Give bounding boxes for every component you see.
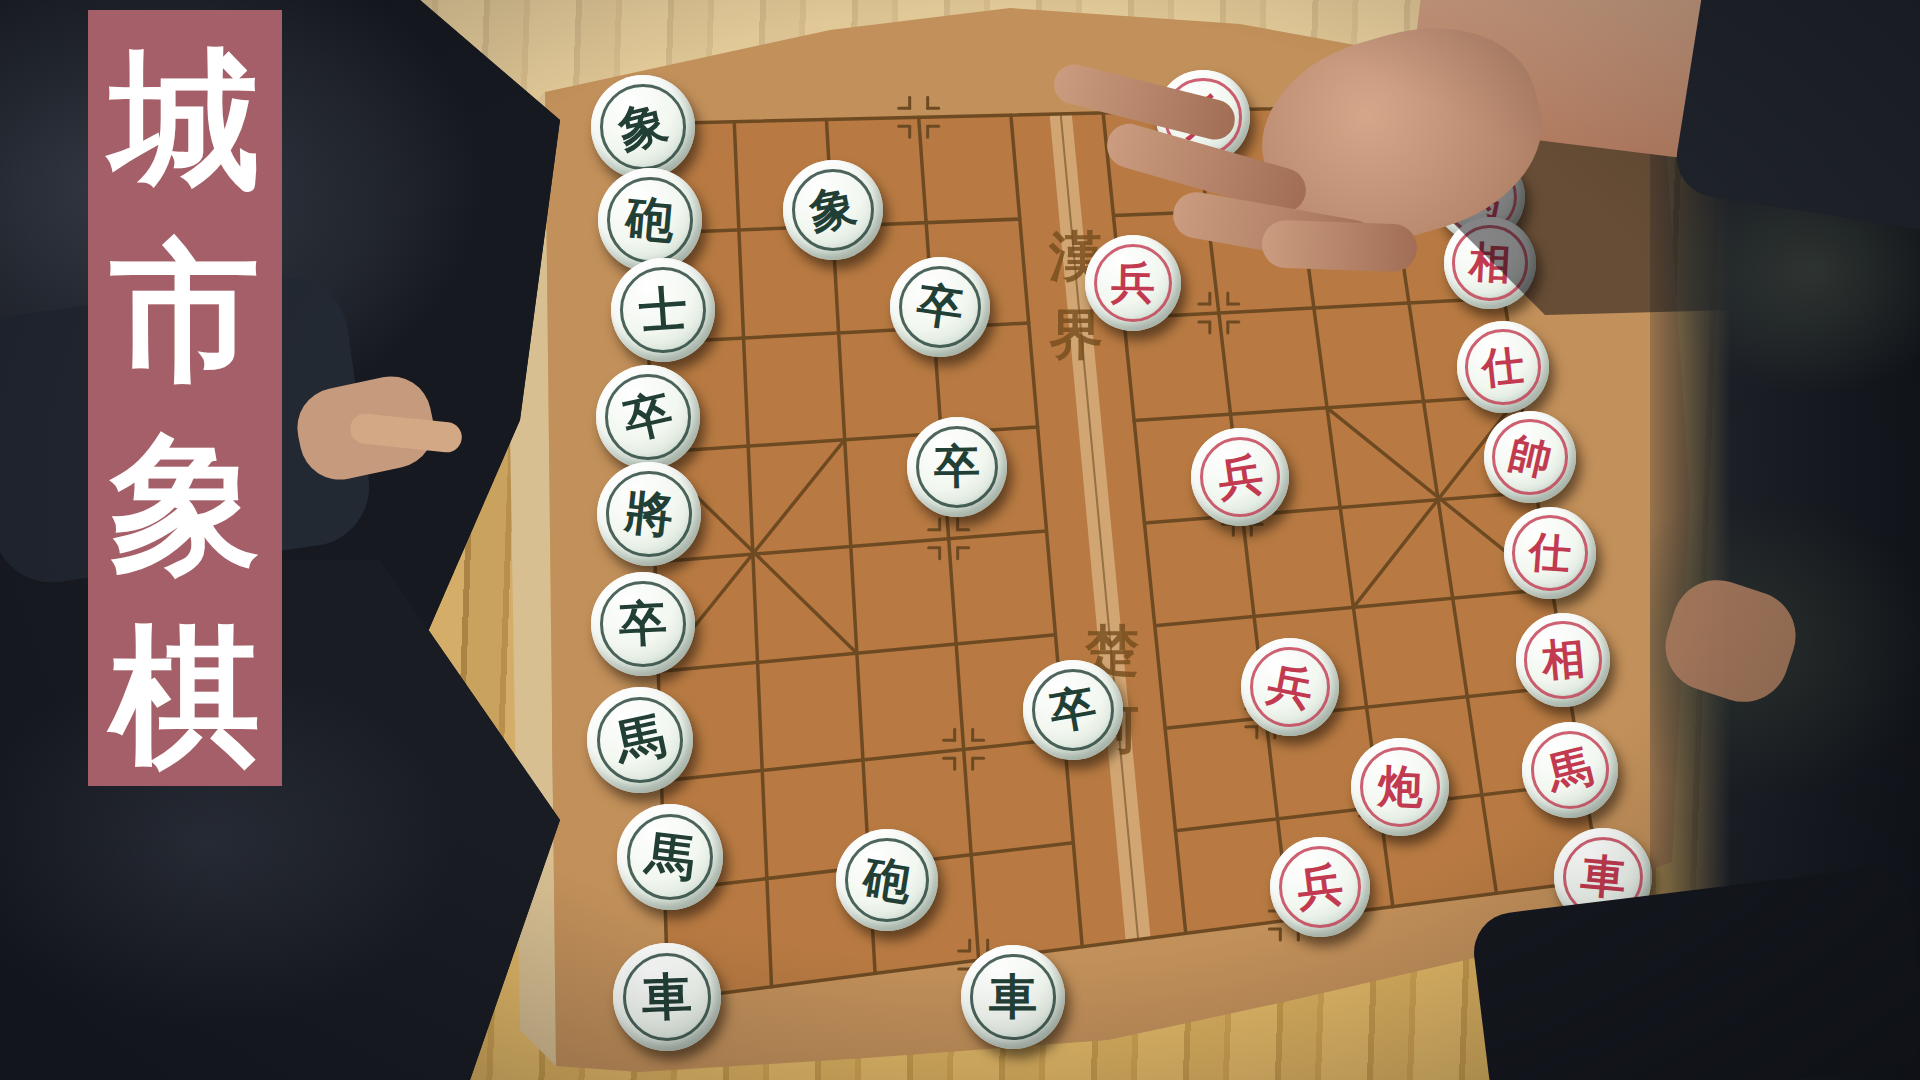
- piece-character: 仕: [1527, 524, 1573, 583]
- piece-black-c3r2[interactable]: 象: [783, 160, 883, 260]
- piece-red-c7r5[interactable]: 兵: [1191, 428, 1289, 526]
- piece-character: 車: [989, 965, 1037, 1029]
- piece-character: 馬: [609, 703, 671, 778]
- piece-red-c7r9[interactable]: 兵: [1270, 837, 1370, 937]
- banner-char: 市: [110, 216, 260, 408]
- piece-character: 兵: [1262, 653, 1318, 720]
- piece-red-c10r3[interactable]: 相: [1444, 217, 1536, 309]
- piece-red-c7r7[interactable]: 兵: [1241, 638, 1339, 736]
- piece-character: 兵: [1110, 253, 1155, 313]
- piece-character: 帥: [1503, 425, 1557, 489]
- piece-black-c4r9[interactable]: 車: [961, 945, 1065, 1049]
- piece-red-c10r6[interactable]: 仕: [1504, 507, 1596, 599]
- piece-character: 士: [637, 276, 689, 343]
- piece-character: 砲: [623, 186, 676, 254]
- piece-character: 卒: [1045, 675, 1101, 744]
- piece-black-c1r5[interactable]: 將: [597, 462, 701, 566]
- piece-red-c10r7[interactable]: 相: [1516, 613, 1610, 707]
- piece-black-c1r6[interactable]: 卒: [591, 572, 695, 676]
- piece-black-c4r5[interactable]: 卒: [907, 417, 1007, 517]
- piece-black-c1r7[interactable]: 馬: [587, 687, 693, 793]
- piece-character: 卒: [617, 380, 678, 453]
- piece-black-c1r2[interactable]: 砲: [598, 168, 702, 272]
- piece-black-c1r8[interactable]: 馬: [617, 804, 723, 910]
- title-banner: 城 市 象 棋: [88, 10, 282, 786]
- piece-character: 卒: [617, 591, 668, 657]
- piece-red-c8r8[interactable]: 炮: [1351, 738, 1449, 836]
- piece-character: 將: [622, 480, 676, 549]
- piece-character: 車: [641, 963, 693, 1032]
- piece-black-c5r7[interactable]: 卒: [1023, 660, 1123, 760]
- piece-character: 象: [612, 90, 674, 164]
- piece-black-c1r9[interactable]: 車: [613, 943, 721, 1051]
- piece-black-c1r3[interactable]: 士: [611, 258, 715, 362]
- piece-black-c3r8[interactable]: 砲: [836, 829, 938, 931]
- piece-character: 相: [1468, 234, 1513, 292]
- piece-character: 相: [1539, 629, 1587, 691]
- piece-character: 兵: [1293, 853, 1346, 920]
- piece-character: 車: [1578, 845, 1628, 909]
- photo-stage: 漢 界 楚 河 象砲士卒將卒馬馬車象卒卒卒砲車兵炮兵兵兵炮兵馬相仕帥仕相馬車 城…: [0, 0, 1920, 1080]
- piece-character: 卒: [913, 273, 967, 341]
- piece-red-c6r3[interactable]: 兵: [1085, 235, 1181, 331]
- piece-character: 馬: [1542, 736, 1599, 804]
- piece-red-c10r9[interactable]: 車: [1554, 828, 1652, 926]
- moving-hand-finger-4: [1261, 219, 1418, 272]
- piece-character: 馬: [642, 821, 699, 892]
- piece-character: 炮: [1376, 756, 1423, 818]
- piece-character: 象: [805, 175, 862, 245]
- piece-black-c1r1[interactable]: 象: [591, 75, 695, 179]
- banner-char: 象: [110, 408, 260, 600]
- piece-red-c10r8[interactable]: 馬: [1522, 722, 1618, 818]
- piece-red-c10r5[interactable]: 帥: [1484, 411, 1576, 503]
- piece-red-c10r4[interactable]: 仕: [1457, 321, 1549, 413]
- banner-char: 城: [110, 24, 260, 216]
- piece-character: 仕: [1479, 337, 1527, 397]
- banner-char: 棋: [110, 600, 260, 792]
- piece-character: 砲: [859, 845, 915, 915]
- piece-character: 兵: [1214, 444, 1267, 510]
- piece-black-c1r4[interactable]: 卒: [596, 365, 700, 469]
- piece-black-c4r3[interactable]: 卒: [890, 257, 990, 357]
- piece-character: 卒: [933, 436, 980, 499]
